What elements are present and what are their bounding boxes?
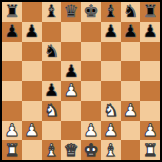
square-b6[interactable] [22,42,42,62]
square-e1[interactable]: ♚ [81,140,101,160]
square-c2[interactable] [42,121,62,141]
square-f7[interactable]: ♟ [101,22,121,42]
square-c3[interactable]: ♞ [42,101,62,121]
square-a6[interactable] [2,42,22,62]
square-g3[interactable]: ♟ [121,101,141,121]
square-h5[interactable] [140,61,160,81]
square-g6[interactable] [121,42,141,62]
square-a5[interactable] [2,61,22,81]
square-d4[interactable]: ♟ [61,81,81,101]
piece-white-knight[interactable]: ♞ [44,102,59,119]
piece-white-pawn[interactable]: ♟ [64,82,79,99]
piece-black-rook[interactable]: ♜ [4,3,19,20]
square-c4[interactable]: ♟ [42,81,62,101]
square-d6[interactable] [61,42,81,62]
piece-white-rook[interactable]: ♜ [4,141,19,158]
square-g5[interactable] [121,61,141,81]
square-g7[interactable]: ♟ [121,22,141,42]
piece-black-pawn[interactable]: ♟ [44,82,59,99]
square-d3[interactable] [61,101,81,121]
square-h1[interactable]: ♜ [140,140,160,160]
square-b4[interactable] [22,81,42,101]
piece-white-knight[interactable]: ♞ [103,102,118,119]
square-d8[interactable]: ♛ [61,2,81,22]
square-b8[interactable] [22,2,42,22]
piece-black-bishop[interactable]: ♝ [44,3,59,20]
square-a4[interactable] [2,81,22,101]
square-a7[interactable]: ♟ [2,22,22,42]
square-b2[interactable]: ♟ [22,121,42,141]
piece-white-king[interactable]: ♚ [83,141,98,158]
square-a3[interactable] [2,101,22,121]
square-b1[interactable] [22,140,42,160]
square-f6[interactable] [101,42,121,62]
square-e6[interactable] [81,42,101,62]
square-g8[interactable]: ♞ [121,2,141,22]
piece-white-pawn[interactable]: ♟ [103,121,118,138]
piece-white-pawn[interactable]: ♟ [24,121,39,138]
square-h6[interactable] [140,42,160,62]
piece-black-pawn[interactable]: ♟ [123,23,138,40]
piece-white-pawn[interactable]: ♟ [4,121,19,138]
piece-black-queen[interactable]: ♛ [64,3,79,20]
square-g4[interactable] [121,81,141,101]
piece-black-pawn[interactable]: ♟ [64,62,79,79]
square-c5[interactable] [42,61,62,81]
square-g2[interactable] [121,121,141,141]
piece-black-pawn[interactable]: ♟ [4,23,19,40]
piece-white-pawn[interactable]: ♟ [123,102,138,119]
square-h7[interactable]: ♟ [140,22,160,42]
chess-board: ♜♝♛♚♝♞♜♟♟♟♟♟♞♟♟♟♞♞♟♟♟♟♟♟♜♝♛♚♝♜ [0,0,162,162]
square-f3[interactable]: ♞ [101,101,121,121]
square-d5[interactable]: ♟ [61,61,81,81]
square-e2[interactable]: ♟ [81,121,101,141]
square-b3[interactable] [22,101,42,121]
piece-black-king[interactable]: ♚ [83,3,98,20]
square-a1[interactable]: ♜ [2,140,22,160]
square-d1[interactable]: ♛ [61,140,81,160]
square-h4[interactable] [140,81,160,101]
piece-white-rook[interactable]: ♜ [143,141,158,158]
square-f8[interactable]: ♝ [101,2,121,22]
square-c6[interactable]: ♞ [42,42,62,62]
square-a2[interactable]: ♟ [2,121,22,141]
square-c7[interactable] [42,22,62,42]
piece-white-queen[interactable]: ♛ [64,141,79,158]
piece-black-pawn[interactable]: ♟ [24,23,39,40]
piece-white-bishop[interactable]: ♝ [103,141,118,158]
square-c1[interactable]: ♝ [42,140,62,160]
square-b7[interactable]: ♟ [22,22,42,42]
square-f2[interactable]: ♟ [101,121,121,141]
square-h2[interactable]: ♟ [140,121,160,141]
square-f4[interactable] [101,81,121,101]
square-d7[interactable] [61,22,81,42]
square-e5[interactable] [81,61,101,81]
square-f5[interactable] [101,61,121,81]
square-e3[interactable] [81,101,101,121]
square-d2[interactable] [61,121,81,141]
square-a8[interactable]: ♜ [2,2,22,22]
piece-black-knight[interactable]: ♞ [123,3,138,20]
square-f1[interactable]: ♝ [101,140,121,160]
square-e8[interactable]: ♚ [81,2,101,22]
piece-white-pawn[interactable]: ♟ [143,121,158,138]
square-h3[interactable] [140,101,160,121]
square-g1[interactable] [121,140,141,160]
piece-white-bishop[interactable]: ♝ [44,141,59,158]
square-c8[interactable]: ♝ [42,2,62,22]
square-e4[interactable] [81,81,101,101]
square-h8[interactable]: ♜ [140,2,160,22]
piece-black-rook[interactable]: ♜ [143,3,158,20]
piece-black-bishop[interactable]: ♝ [103,3,118,20]
piece-black-pawn[interactable]: ♟ [143,23,158,40]
square-b5[interactable] [22,61,42,81]
piece-white-pawn[interactable]: ♟ [83,121,98,138]
piece-black-knight[interactable]: ♞ [44,42,59,59]
piece-black-pawn[interactable]: ♟ [103,23,118,40]
square-e7[interactable] [81,22,101,42]
